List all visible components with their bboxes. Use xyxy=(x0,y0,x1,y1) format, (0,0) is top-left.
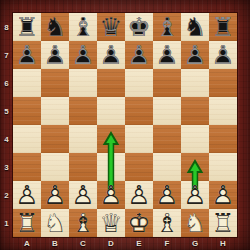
piece-black-knight: ♞♘ xyxy=(181,13,209,41)
square-e3[interactable] xyxy=(125,153,153,181)
square-g4[interactable] xyxy=(181,125,209,153)
rank-label-2: 2 xyxy=(0,181,13,209)
piece-black-queen: ♛♕ xyxy=(97,13,125,41)
piece-line-glyph: ♕ xyxy=(97,209,125,237)
piece-line-glyph: ♘ xyxy=(181,209,209,237)
piece-white-rook: ♜♖ xyxy=(209,209,237,237)
square-f1[interactable]: ♝♗ xyxy=(153,209,181,237)
piece-white-pawn: ♟♙ xyxy=(13,181,41,209)
rank-label-3: 3 xyxy=(0,153,13,181)
square-e5[interactable] xyxy=(125,97,153,125)
piece-line-glyph: ♖ xyxy=(13,209,41,237)
piece-line-glyph: ♙ xyxy=(69,181,97,209)
square-b3[interactable] xyxy=(41,153,69,181)
piece-black-bishop: ♝♗ xyxy=(69,13,97,41)
rank-labels: 87654321 xyxy=(0,13,13,237)
piece-white-pawn: ♟♙ xyxy=(97,181,125,209)
square-f3[interactable] xyxy=(153,153,181,181)
piece-line-glyph: ♙ xyxy=(153,41,181,69)
rank-label-8: 8 xyxy=(0,13,13,41)
piece-white-pawn: ♟♙ xyxy=(181,181,209,209)
square-c4[interactable] xyxy=(69,125,97,153)
square-f8[interactable]: ♝♗ xyxy=(153,13,181,41)
piece-line-glyph: ♙ xyxy=(41,41,69,69)
square-d6[interactable] xyxy=(97,69,125,97)
square-e6[interactable] xyxy=(125,69,153,97)
square-g1[interactable]: ♞♘ xyxy=(181,209,209,237)
piece-line-glyph: ♙ xyxy=(97,181,125,209)
piece-line-glyph: ♗ xyxy=(69,209,97,237)
piece-line-glyph: ♙ xyxy=(13,41,41,69)
piece-black-knight: ♞♘ xyxy=(41,13,69,41)
piece-black-king: ♚♔ xyxy=(125,13,153,41)
square-h3[interactable] xyxy=(209,153,237,181)
rank-label-4: 4 xyxy=(0,125,13,153)
square-e1[interactable]: ♚♔ xyxy=(125,209,153,237)
piece-black-rook: ♜♖ xyxy=(13,13,41,41)
square-e8[interactable]: ♚♔ xyxy=(125,13,153,41)
piece-white-pawn: ♟♙ xyxy=(153,181,181,209)
rank-label-7: 7 xyxy=(0,41,13,69)
square-c8[interactable]: ♝♗ xyxy=(69,13,97,41)
piece-white-king: ♚♔ xyxy=(125,209,153,237)
square-g6[interactable] xyxy=(181,69,209,97)
square-e7[interactable]: ♟♙ xyxy=(125,41,153,69)
square-d7[interactable]: ♟♙ xyxy=(97,41,125,69)
square-g5[interactable] xyxy=(181,97,209,125)
square-f7[interactable]: ♟♙ xyxy=(153,41,181,69)
piece-line-glyph: ♙ xyxy=(41,181,69,209)
piece-line-glyph: ♖ xyxy=(13,13,41,41)
piece-white-knight: ♞♘ xyxy=(181,209,209,237)
piece-line-glyph: ♙ xyxy=(209,181,237,209)
square-c7[interactable]: ♟♙ xyxy=(69,41,97,69)
piece-line-glyph: ♙ xyxy=(125,181,153,209)
file-label-C: C xyxy=(69,237,97,250)
piece-white-queen: ♛♕ xyxy=(97,209,125,237)
file-label-B: B xyxy=(41,237,69,250)
square-g7[interactable]: ♟♙ xyxy=(181,41,209,69)
square-b1[interactable]: ♞♘ xyxy=(41,209,69,237)
file-label-A: A xyxy=(13,237,41,250)
file-label-D: D xyxy=(97,237,125,250)
square-d5[interactable] xyxy=(97,97,125,125)
square-d1[interactable]: ♛♕ xyxy=(97,209,125,237)
piece-black-pawn: ♟♙ xyxy=(181,41,209,69)
piece-black-rook: ♜♖ xyxy=(209,13,237,41)
square-a1[interactable]: ♜♖ xyxy=(13,209,41,237)
square-a6[interactable] xyxy=(13,69,41,97)
file-label-E: E xyxy=(125,237,153,250)
chess-board: ♜♖♞♘♝♗♛♕♚♔♝♗♞♘♜♖♟♙♟♙♟♙♟♙♟♙♟♙♟♙♟♙♟♙♟♙♟♙♟♙… xyxy=(13,13,237,237)
piece-line-glyph: ♙ xyxy=(181,181,209,209)
piece-white-pawn: ♟♙ xyxy=(125,181,153,209)
piece-white-pawn: ♟♙ xyxy=(209,181,237,209)
piece-black-pawn: ♟♙ xyxy=(13,41,41,69)
square-f5[interactable] xyxy=(153,97,181,125)
square-h8[interactable]: ♜♖ xyxy=(209,13,237,41)
piece-black-bishop: ♝♗ xyxy=(153,13,181,41)
square-b4[interactable] xyxy=(41,125,69,153)
square-f2[interactable]: ♟♙ xyxy=(153,181,181,209)
piece-line-glyph: ♖ xyxy=(209,13,237,41)
square-b2[interactable]: ♟♙ xyxy=(41,181,69,209)
square-f6[interactable] xyxy=(153,69,181,97)
square-b6[interactable] xyxy=(41,69,69,97)
piece-line-glyph: ♙ xyxy=(181,41,209,69)
piece-line-glyph: ♗ xyxy=(153,13,181,41)
square-a8[interactable]: ♜♖ xyxy=(13,13,41,41)
file-label-G: G xyxy=(181,237,209,250)
square-g8[interactable]: ♞♘ xyxy=(181,13,209,41)
piece-white-rook: ♜♖ xyxy=(13,209,41,237)
piece-line-glyph: ♙ xyxy=(97,41,125,69)
piece-line-glyph: ♖ xyxy=(209,209,237,237)
rank-label-1: 1 xyxy=(0,209,13,237)
piece-line-glyph: ♔ xyxy=(125,13,153,41)
square-h5[interactable] xyxy=(209,97,237,125)
square-g2[interactable]: ♟♙ xyxy=(181,181,209,209)
piece-line-glyph: ♘ xyxy=(181,13,209,41)
square-a4[interactable] xyxy=(13,125,41,153)
piece-line-glyph: ♙ xyxy=(13,181,41,209)
square-e4[interactable] xyxy=(125,125,153,153)
square-h2[interactable]: ♟♙ xyxy=(209,181,237,209)
square-g3[interactable] xyxy=(181,153,209,181)
square-b5[interactable] xyxy=(41,97,69,125)
piece-white-pawn: ♟♙ xyxy=(41,181,69,209)
piece-white-bishop: ♝♗ xyxy=(153,209,181,237)
piece-black-pawn: ♟♙ xyxy=(97,41,125,69)
piece-line-glyph: ♕ xyxy=(97,13,125,41)
piece-black-pawn: ♟♙ xyxy=(41,41,69,69)
square-c1[interactable]: ♝♗ xyxy=(69,209,97,237)
square-h7[interactable]: ♟♙ xyxy=(209,41,237,69)
square-d3[interactable] xyxy=(97,153,125,181)
file-label-F: F xyxy=(153,237,181,250)
square-e2[interactable]: ♟♙ xyxy=(125,181,153,209)
piece-line-glyph: ♙ xyxy=(209,41,237,69)
square-c2[interactable]: ♟♙ xyxy=(69,181,97,209)
square-a3[interactable] xyxy=(13,153,41,181)
file-labels: ABCDEFGH xyxy=(13,237,237,250)
square-h6[interactable] xyxy=(209,69,237,97)
square-b7[interactable]: ♟♙ xyxy=(41,41,69,69)
square-f4[interactable] xyxy=(153,125,181,153)
square-b8[interactable]: ♞♘ xyxy=(41,13,69,41)
chess-board-diagram: ♜♖♞♘♝♗♛♕♚♔♝♗♞♘♜♖♟♙♟♙♟♙♟♙♟♙♟♙♟♙♟♙♟♙♟♙♟♙♟♙… xyxy=(0,0,250,250)
square-d4[interactable] xyxy=(97,125,125,153)
square-a2[interactable]: ♟♙ xyxy=(13,181,41,209)
rank-label-5: 5 xyxy=(0,97,13,125)
piece-line-glyph: ♙ xyxy=(69,41,97,69)
piece-black-pawn: ♟♙ xyxy=(153,41,181,69)
piece-black-pawn: ♟♙ xyxy=(209,41,237,69)
square-c6[interactable] xyxy=(69,69,97,97)
square-d2[interactable]: ♟♙ xyxy=(97,181,125,209)
square-a7[interactable]: ♟♙ xyxy=(13,41,41,69)
square-h1[interactable]: ♜♖ xyxy=(209,209,237,237)
square-c3[interactable] xyxy=(69,153,97,181)
piece-line-glyph: ♗ xyxy=(153,209,181,237)
piece-black-pawn: ♟♙ xyxy=(125,41,153,69)
piece-line-glyph: ♘ xyxy=(41,209,69,237)
square-a5[interactable] xyxy=(13,97,41,125)
square-d8[interactable]: ♛♕ xyxy=(97,13,125,41)
file-label-H: H xyxy=(209,237,237,250)
piece-black-pawn: ♟♙ xyxy=(69,41,97,69)
square-h4[interactable] xyxy=(209,125,237,153)
piece-line-glyph: ♘ xyxy=(41,13,69,41)
piece-white-bishop: ♝♗ xyxy=(69,209,97,237)
piece-line-glyph: ♙ xyxy=(153,181,181,209)
piece-white-knight: ♞♘ xyxy=(41,209,69,237)
rank-label-6: 6 xyxy=(0,69,13,97)
piece-line-glyph: ♔ xyxy=(125,209,153,237)
piece-line-glyph: ♗ xyxy=(69,13,97,41)
square-c5[interactable] xyxy=(69,97,97,125)
piece-white-pawn: ♟♙ xyxy=(69,181,97,209)
piece-line-glyph: ♙ xyxy=(125,41,153,69)
